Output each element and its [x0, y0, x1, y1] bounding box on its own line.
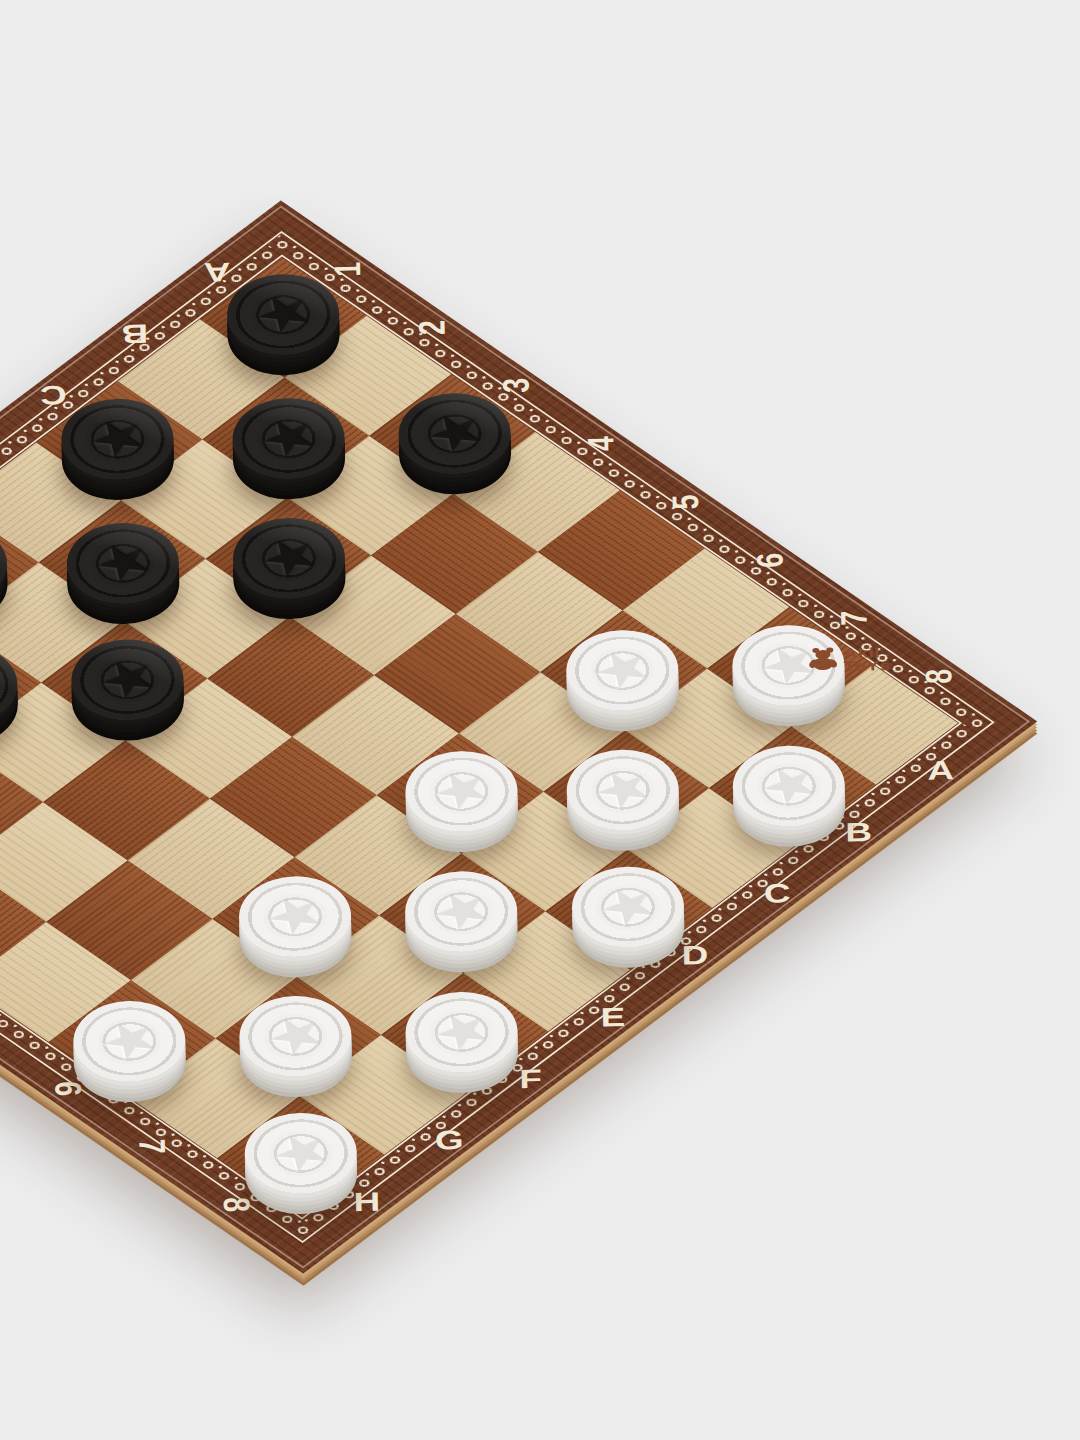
label-file-G-right: G	[434, 1125, 464, 1156]
star-emboss-icon: ★	[0, 652, 6, 714]
piece-white-b6[interactable]: ★	[543, 613, 701, 727]
star-emboss-icon: ★	[254, 884, 340, 946]
brand-logo: Akil ToYs	[790, 643, 911, 677]
star-emboss-icon: ★	[254, 1004, 340, 1066]
star-emboss-icon: ★	[248, 526, 334, 588]
label-rank-3-top: 3	[496, 377, 538, 393]
label-rank-4-top: 4	[580, 435, 622, 451]
label-file-C-left: C	[38, 380, 66, 411]
label-rank-1-top: 1	[327, 261, 369, 277]
star-emboss-icon: ★	[88, 1009, 174, 1071]
star-emboss-icon: ★	[260, 1121, 346, 1183]
piece-white-f6[interactable]: ★	[216, 859, 374, 973]
piece-black-a3[interactable]: ★	[376, 377, 534, 491]
piece-white-d6[interactable]: ★	[382, 734, 540, 848]
piece-black-b2[interactable]: ★	[209, 381, 367, 495]
label-file-H-right: H	[353, 1187, 381, 1218]
label-file-B-left: B	[120, 318, 148, 349]
label-rank-2-top: 2	[411, 319, 453, 335]
star-emboss-icon: ★	[414, 401, 500, 463]
piece-black-e3[interactable]: ★	[49, 623, 207, 737]
label-rank-6-bottom: 6	[46, 1081, 88, 1097]
star-emboss-icon: ★	[420, 759, 506, 821]
label-rank-5-top: 5	[665, 493, 707, 509]
bear-icon	[810, 650, 836, 672]
star-emboss-icon: ★	[242, 282, 328, 344]
star-emboss-icon: ★	[582, 758, 668, 820]
piece-black-e1[interactable]: ★	[0, 507, 30, 621]
piece-black-f2[interactable]: ★	[0, 627, 40, 741]
star-emboss-icon: ★	[81, 531, 167, 593]
label-rank-7-top: 7	[834, 610, 876, 626]
star-emboss-icon: ★	[420, 880, 506, 942]
label-rank-8-top: 8	[918, 668, 960, 684]
label-rank-6-top: 6	[749, 552, 791, 568]
label-file-E-right: E	[600, 1002, 626, 1033]
label-rank-7-bottom: 7	[130, 1139, 172, 1155]
label-file-A-left: A	[202, 256, 230, 287]
photo-stage: 11AA22BB33CC44DD55EE66FF77GG88HH ★★★★★★★…	[0, 0, 1080, 1440]
label-file-A-right: A	[927, 755, 955, 786]
piece-white-e7[interactable]: ★	[382, 855, 540, 969]
label-file-C-right: C	[763, 879, 791, 910]
star-emboss-icon: ★	[587, 875, 673, 937]
piece-white-g7[interactable]: ★	[216, 980, 374, 1094]
label-file-B-right: B	[845, 817, 873, 848]
label-file-F-right: F	[519, 1064, 543, 1095]
star-emboss-icon: ★	[76, 407, 162, 469]
star-emboss-icon: ★	[581, 638, 667, 700]
label-rank-8-bottom: 8	[215, 1197, 257, 1213]
label-file-D-right: D	[681, 940, 709, 971]
brand-text: Akil ToYs	[843, 646, 891, 673]
star-emboss-icon: ★	[247, 406, 333, 468]
brand-line2: ToYs	[843, 658, 890, 674]
label-rank-5-bottom: 5	[0, 1022, 4, 1038]
piece-white-f8[interactable]: ★	[383, 975, 541, 1089]
star-emboss-icon: ★	[748, 754, 834, 816]
checkers-board: 11AA22BB33CC44DD55EE66FF77GG88HH ★★★★★★★…	[0, 201, 1037, 1274]
star-emboss-icon: ★	[421, 1000, 507, 1062]
piece-black-c3[interactable]: ★	[210, 502, 368, 616]
pieces-layer: ★★★★★★★★★★★★★★★★★★★★★	[0, 258, 958, 1217]
piece-black-d2[interactable]: ★	[43, 506, 201, 620]
piece-white-c7[interactable]: ★	[544, 734, 702, 848]
star-emboss-icon: ★	[87, 648, 173, 710]
